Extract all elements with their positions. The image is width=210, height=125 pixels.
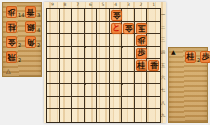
square-3-3[interactable] xyxy=(122,34,135,47)
gote-piece-3二[interactable]: 金 xyxy=(123,23,134,34)
hand-piece-count: 2 xyxy=(18,58,21,63)
hand-piece-count: 14 xyxy=(18,13,24,18)
square-2-7[interactable] xyxy=(135,84,148,97)
square-5-1[interactable] xyxy=(97,9,110,22)
square-7-7[interactable] xyxy=(72,84,85,97)
square-6-5[interactable] xyxy=(85,59,98,72)
square-5-3[interactable] xyxy=(97,34,110,47)
gote-hand-piece-glyph: 角 xyxy=(25,36,36,48)
gote-hand-飛[interactable]: 飛2 xyxy=(6,51,25,66)
sente-promoted-piece-4二[interactable]: と xyxy=(111,23,122,34)
square-3-1[interactable] xyxy=(122,9,135,22)
square-6-1[interactable] xyxy=(85,9,98,22)
square-8-5[interactable] xyxy=(60,59,73,72)
gote-piece-2三[interactable]: 歩 xyxy=(136,35,147,46)
square-5-8[interactable] xyxy=(97,97,110,110)
square-7-8[interactable] xyxy=(72,97,85,110)
square-8-6[interactable] xyxy=(60,72,73,85)
square-9-8[interactable] xyxy=(47,97,60,110)
gote-hand-piece-glyph: 桂 xyxy=(6,21,17,33)
square-4-9[interactable] xyxy=(110,109,123,122)
square-1-7[interactable] xyxy=(147,84,160,97)
square-2-8[interactable] xyxy=(135,97,148,110)
square-2-6[interactable] xyxy=(135,72,148,85)
gote-hand-銀[interactable]: 銀4 xyxy=(25,21,44,36)
square-5-7[interactable] xyxy=(97,84,110,97)
star-point xyxy=(121,83,123,85)
square-5-5[interactable] xyxy=(97,59,110,72)
square-1-4[interactable] xyxy=(147,47,160,60)
square-4-7[interactable] xyxy=(110,84,123,97)
sente-hand-piece-glyph: 歩 xyxy=(200,51,210,63)
square-9-4[interactable] xyxy=(47,47,60,60)
square-1-6[interactable] xyxy=(147,72,160,85)
sente-hand-桂[interactable]: 桂2 xyxy=(185,51,200,66)
square-6-6[interactable] xyxy=(85,72,98,85)
gote-hand-piece-glyph: 銀 xyxy=(25,21,36,33)
shogi-kifu-player: 歩14香3桂銀4金2角2飛2 △ 987654321 一二三四五六七八九 金と金… xyxy=(0,0,210,125)
star-point xyxy=(84,83,86,85)
gote-mark-icon: △ xyxy=(6,68,11,74)
shogi-board: 987654321 一二三四五六七八九 金と金玉歩歩桂香 xyxy=(44,2,166,123)
square-1-1[interactable] xyxy=(147,9,160,22)
gote-hand-桂[interactable]: 桂 xyxy=(6,21,25,36)
star-point xyxy=(121,46,123,48)
sente-piece-2四[interactable]: 歩 xyxy=(136,48,147,59)
gote-hand-金[interactable]: 金2 xyxy=(6,36,25,51)
square-2-1[interactable] xyxy=(135,9,148,22)
square-1-9[interactable] xyxy=(147,109,160,122)
square-5-9[interactable] xyxy=(97,109,110,122)
square-8-4[interactable] xyxy=(60,47,73,60)
square-4-4[interactable] xyxy=(110,47,123,60)
square-7-4[interactable] xyxy=(72,47,85,60)
square-3-4[interactable] xyxy=(122,47,135,60)
square-5-6[interactable] xyxy=(97,72,110,85)
square-5-2[interactable] xyxy=(97,22,110,35)
square-7-5[interactable] xyxy=(72,59,85,72)
sente-hand-piece-glyph: 桂 xyxy=(185,51,196,63)
gote-piece-stand: 歩14香3桂銀4金2角2飛2 △ xyxy=(2,2,42,77)
square-6-7[interactable] xyxy=(85,84,98,97)
square-9-5[interactable] xyxy=(47,59,60,72)
square-8-3[interactable] xyxy=(60,34,73,47)
square-9-3[interactable] xyxy=(47,34,60,47)
square-3-5[interactable] xyxy=(122,59,135,72)
gote-hand-歩[interactable]: 歩14 xyxy=(6,6,25,21)
square-6-2[interactable] xyxy=(85,22,98,35)
sente-mark-icon: ▲ xyxy=(171,49,176,55)
sente-piece-stand: 桂2歩 ▲ xyxy=(168,47,208,123)
hand-piece-count: 4 xyxy=(37,28,40,33)
square-9-1[interactable] xyxy=(47,9,60,22)
square-3-8[interactable] xyxy=(122,97,135,110)
square-7-9[interactable] xyxy=(72,109,85,122)
square-9-6[interactable] xyxy=(47,72,60,85)
square-7-3[interactable] xyxy=(72,34,85,47)
square-1-2[interactable] xyxy=(147,22,160,35)
square-6-9[interactable] xyxy=(85,109,98,122)
star-point xyxy=(84,46,86,48)
hand-piece-count: 2 xyxy=(37,43,40,48)
sente-hand-歩[interactable]: 歩 xyxy=(200,51,210,66)
square-8-8[interactable] xyxy=(60,97,73,110)
gote-hand-pieces: 歩14香3桂銀4金2角2飛2 xyxy=(3,3,41,66)
square-1-8[interactable] xyxy=(147,97,160,110)
sente-piece-2五[interactable]: 桂 xyxy=(136,60,147,71)
square-9-9[interactable] xyxy=(47,109,60,122)
gote-hand-香[interactable]: 香3 xyxy=(25,6,44,21)
sente-piece-1五[interactable]: 香 xyxy=(148,60,159,71)
square-8-7[interactable] xyxy=(60,84,73,97)
square-4-5[interactable] xyxy=(110,59,123,72)
square-6-8[interactable] xyxy=(85,97,98,110)
square-9-2[interactable] xyxy=(47,22,60,35)
square-8-9[interactable] xyxy=(60,109,73,122)
square-7-2[interactable] xyxy=(72,22,85,35)
hand-piece-count: 2 xyxy=(18,43,21,48)
square-8-2[interactable] xyxy=(60,22,73,35)
square-7-1[interactable] xyxy=(72,9,85,22)
gote-hand-角[interactable]: 角2 xyxy=(25,36,44,51)
gote-hand-piece-glyph: 歩 xyxy=(6,6,17,18)
square-8-1[interactable] xyxy=(60,9,73,22)
square-3-6[interactable] xyxy=(122,72,135,85)
gote-piece-4一[interactable]: 金 xyxy=(111,10,122,21)
square-9-7[interactable] xyxy=(47,84,60,97)
square-7-6[interactable] xyxy=(72,72,85,85)
square-4-8[interactable] xyxy=(110,97,123,110)
gote-hand-piece-glyph: 飛 xyxy=(6,51,17,63)
square-3-7[interactable] xyxy=(122,84,135,97)
square-4-3[interactable] xyxy=(110,34,123,47)
board-grid[interactable]: 金と金玉歩歩桂香 xyxy=(46,8,161,123)
square-6-4[interactable] xyxy=(85,47,98,60)
square-2-9[interactable] xyxy=(135,109,148,122)
square-3-9[interactable] xyxy=(122,109,135,122)
gote-hand-piece-glyph: 金 xyxy=(6,36,17,48)
hand-piece-count: 3 xyxy=(37,13,40,18)
square-5-4[interactable] xyxy=(97,47,110,60)
gote-hand-piece-glyph: 香 xyxy=(25,6,36,18)
square-6-3[interactable] xyxy=(85,34,98,47)
square-1-3[interactable] xyxy=(147,34,160,47)
square-4-6[interactable] xyxy=(110,72,123,85)
gote-piece-2二[interactable]: 玉 xyxy=(136,23,147,34)
